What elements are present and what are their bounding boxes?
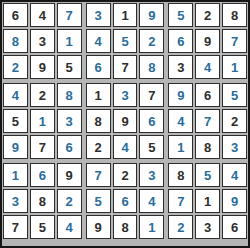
cell-r7c8-solved-digit[interactable]: 5 (195, 163, 220, 187)
cell-r6c7-solved-digit[interactable]: 1 (168, 135, 193, 159)
cell-r4c3-solved-digit[interactable]: 8 (57, 83, 82, 107)
cell-r3c8-solved-digit[interactable]: 4 (195, 55, 220, 79)
cell-r8c8-given-digit[interactable]: 1 (195, 189, 220, 213)
cell-r2c8-given-digit[interactable]: 9 (195, 29, 220, 53)
cell-r6c3-solved-digit[interactable]: 6 (57, 135, 82, 159)
cell-r7c5-given-digit[interactable]: 2 (113, 163, 138, 187)
board-row-8: 382564719 (3, 189, 247, 213)
cell-r5c8-solved-digit[interactable]: 7 (195, 109, 220, 133)
cell-r9c1-given-digit[interactable]: 7 (3, 215, 28, 239)
cell-r9c7-solved-digit[interactable]: 2 (168, 215, 193, 239)
cell-r7c9-solved-digit[interactable]: 4 (222, 163, 247, 187)
cell-r3c1-solved-digit[interactable]: 2 (3, 55, 28, 79)
cell-r8c5-solved-digit[interactable]: 6 (113, 189, 138, 213)
cell-r8c7-solved-digit[interactable]: 7 (168, 189, 193, 213)
board-row-1: 647319528 (3, 3, 247, 27)
cell-r5c2-solved-digit[interactable]: 1 (30, 109, 55, 133)
cell-r6c4-given-digit[interactable]: 2 (86, 135, 111, 159)
cell-r1c2-given-digit[interactable]: 4 (30, 3, 55, 27)
cell-r1c5-given-digit[interactable]: 1 (113, 3, 138, 27)
cell-r4c9-solved-digit[interactable]: 5 (222, 83, 247, 107)
cell-r9c5-given-digit[interactable]: 8 (113, 215, 138, 239)
cell-r3c6-solved-digit[interactable]: 8 (139, 55, 164, 79)
cell-r5c5-given-digit[interactable]: 9 (113, 109, 138, 133)
cell-r9c8-given-digit[interactable]: 3 (195, 215, 220, 239)
board-row-3: 295678341 (3, 55, 247, 79)
cell-r5c1-given-digit[interactable]: 5 (3, 109, 28, 133)
cell-r8c4-solved-digit[interactable]: 5 (86, 189, 111, 213)
cell-r2c2-given-digit[interactable]: 3 (30, 29, 55, 53)
cell-r1c8-given-digit[interactable]: 2 (195, 3, 220, 27)
cell-r9c9-given-digit[interactable]: 6 (222, 215, 247, 239)
board-row-5: 513896472 (3, 109, 247, 133)
cell-r7c4-solved-digit[interactable]: 7 (86, 163, 111, 187)
cell-r8c6-solved-digit[interactable]: 4 (139, 189, 164, 213)
cell-r3c9-solved-digit[interactable]: 1 (222, 55, 247, 79)
board-row-2: 831452697 (3, 29, 247, 53)
cell-r9c6-solved-digit[interactable]: 1 (139, 215, 164, 239)
cell-r3c7-given-digit[interactable]: 3 (168, 55, 193, 79)
cell-r8c1-solved-digit[interactable]: 3 (3, 189, 28, 213)
cell-r2c9-solved-digit[interactable]: 7 (222, 29, 247, 53)
cell-r5c6-solved-digit[interactable]: 6 (139, 109, 164, 133)
board-row-6: 976245183 (3, 135, 247, 159)
cell-r3c5-given-digit[interactable]: 7 (113, 55, 138, 79)
cell-r3c3-given-digit[interactable]: 5 (57, 55, 82, 79)
cell-r1c4-solved-digit[interactable]: 3 (86, 3, 111, 27)
cell-r7c6-solved-digit[interactable]: 3 (139, 163, 164, 187)
cell-r4c5-solved-digit[interactable]: 3 (113, 83, 138, 107)
cell-r8c3-solved-digit[interactable]: 2 (57, 189, 82, 213)
cell-r2c4-solved-digit[interactable]: 4 (86, 29, 111, 53)
cell-r6c2-given-digit[interactable]: 7 (30, 135, 55, 159)
cell-r5c4-given-digit[interactable]: 8 (86, 109, 111, 133)
cell-r2c1-solved-digit[interactable]: 8 (3, 29, 28, 53)
cell-r2c3-solved-digit[interactable]: 1 (57, 29, 82, 53)
cell-r8c9-solved-digit[interactable]: 9 (222, 189, 247, 213)
cell-r2c6-solved-digit[interactable]: 2 (139, 29, 164, 53)
cell-r9c2-given-digit[interactable]: 5 (30, 215, 55, 239)
cell-r8c2-given-digit[interactable]: 8 (30, 189, 55, 213)
cell-r1c1-given-digit[interactable]: 6 (3, 3, 28, 27)
cell-r5c3-solved-digit[interactable]: 3 (57, 109, 82, 133)
cell-r5c7-solved-digit[interactable]: 4 (168, 109, 193, 133)
cell-r6c8-given-digit[interactable]: 8 (195, 135, 220, 159)
board-row-7: 169723854 (3, 163, 247, 187)
cell-r1c3-solved-digit[interactable]: 7 (57, 3, 82, 27)
cell-r1c9-given-digit[interactable]: 8 (222, 3, 247, 27)
cell-r4c2-given-digit[interactable]: 2 (30, 83, 55, 107)
cell-r6c9-solved-digit[interactable]: 3 (222, 135, 247, 159)
sudoku-board: 6473195288314526972956783414281379655138… (0, 0, 250, 248)
board-row-9: 754981236 (3, 215, 247, 239)
cell-r4c1-solved-digit[interactable]: 4 (3, 83, 28, 107)
cell-r7c7-given-digit[interactable]: 8 (168, 163, 193, 187)
cell-r7c3-given-digit[interactable]: 9 (57, 163, 82, 187)
cell-r3c2-given-digit[interactable]: 9 (30, 55, 55, 79)
cell-r7c2-solved-digit[interactable]: 6 (30, 163, 55, 187)
cell-r7c1-solved-digit[interactable]: 1 (3, 163, 28, 187)
cell-r4c8-given-digit[interactable]: 6 (195, 83, 220, 107)
cell-r6c6-given-digit[interactable]: 5 (139, 135, 164, 159)
cell-r4c7-solved-digit[interactable]: 9 (168, 83, 193, 107)
cell-r2c5-solved-digit[interactable]: 5 (113, 29, 138, 53)
cell-r9c3-solved-digit[interactable]: 4 (57, 215, 82, 239)
cell-r2c7-solved-digit[interactable]: 6 (168, 29, 193, 53)
cell-r4c4-given-digit[interactable]: 1 (86, 83, 111, 107)
cell-r3c4-solved-digit[interactable]: 6 (86, 55, 111, 79)
cell-r9c4-given-digit[interactable]: 9 (86, 215, 111, 239)
cell-r6c5-solved-digit[interactable]: 4 (113, 135, 138, 159)
cell-r6c1-solved-digit[interactable]: 9 (3, 135, 28, 159)
cell-r1c7-solved-digit[interactable]: 5 (168, 3, 193, 27)
board-row-4: 428137965 (3, 83, 247, 107)
cell-r1c6-solved-digit[interactable]: 9 (139, 3, 164, 27)
cell-r4c6-given-digit[interactable]: 7 (139, 83, 164, 107)
cell-r5c9-given-digit[interactable]: 2 (222, 109, 247, 133)
